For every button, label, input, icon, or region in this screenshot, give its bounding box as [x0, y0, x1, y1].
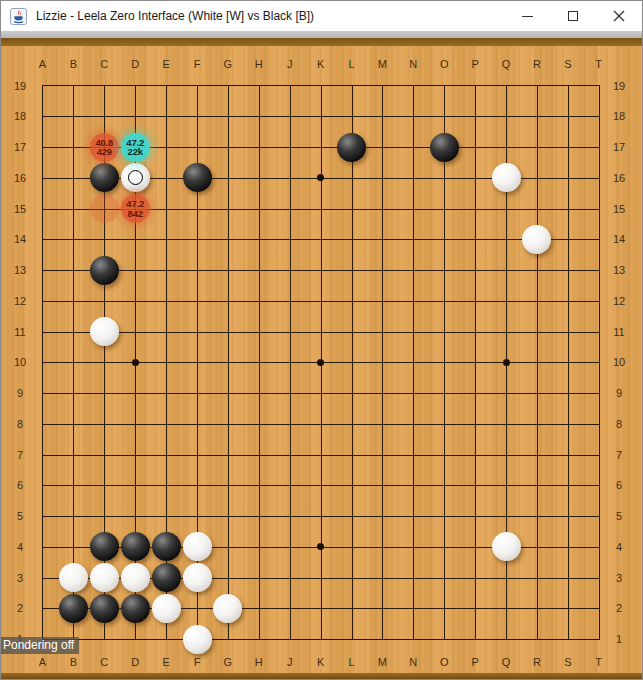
- column-label: G: [218, 655, 238, 669]
- row-label: 3: [605, 571, 633, 585]
- grid-line: [43, 393, 599, 394]
- close-button[interactable]: [596, 1, 642, 31]
- column-label: J: [280, 655, 300, 669]
- column-label: Q: [496, 57, 516, 71]
- column-label: B: [63, 57, 83, 71]
- column-label: C: [94, 57, 114, 71]
- row-label: 17: [6, 140, 34, 154]
- row-label: 4: [6, 540, 34, 554]
- row-label: 12: [605, 294, 633, 308]
- column-label: R: [527, 655, 547, 669]
- status-pondering: Pondering off: [1, 637, 79, 654]
- row-label: 14: [6, 232, 34, 246]
- row-label: 18: [605, 109, 633, 123]
- row-label: 18: [6, 109, 34, 123]
- row-label: 9: [6, 386, 34, 400]
- row-label: 9: [605, 386, 633, 400]
- row-label: 2: [6, 601, 34, 615]
- row-label: 13: [6, 263, 34, 277]
- star-point: [317, 359, 324, 366]
- column-label: M: [372, 655, 392, 669]
- column-label: D: [125, 57, 145, 71]
- row-label: 17: [605, 140, 633, 154]
- java-icon: [10, 8, 27, 25]
- column-label: M: [372, 57, 392, 71]
- row-label: 2: [605, 601, 633, 615]
- row-label: 19: [6, 79, 34, 93]
- row-label: 19: [605, 79, 633, 93]
- row-label: 6: [6, 478, 34, 492]
- column-label: N: [403, 655, 423, 669]
- column-label: K: [311, 57, 331, 71]
- white-stone-C11: [90, 317, 119, 346]
- column-label: T: [589, 57, 609, 71]
- column-label: S: [558, 57, 578, 71]
- row-label: 10: [6, 355, 34, 369]
- grid-line: [475, 86, 476, 639]
- row-label: 11: [605, 325, 633, 339]
- row-label: 10: [605, 355, 633, 369]
- grid-line: [43, 455, 599, 456]
- grid-line: [568, 86, 569, 639]
- white-stone-D16: [121, 163, 150, 192]
- black-stone-C4: [90, 532, 119, 561]
- grid-line: [352, 86, 353, 639]
- grid-line: [413, 86, 414, 639]
- column-label: L: [342, 655, 362, 669]
- visits-value: 429: [97, 147, 112, 157]
- white-stone-R14: [522, 225, 551, 254]
- white-stone-B3: [59, 563, 88, 592]
- black-stone-C16: [90, 163, 119, 192]
- visits-value: 842: [128, 209, 143, 219]
- black-stone-O17: [430, 133, 459, 162]
- black-stone-F16: [183, 163, 212, 192]
- white-stone-E2: [152, 594, 181, 623]
- row-label: 11: [6, 325, 34, 339]
- black-stone-E4: [152, 532, 181, 561]
- column-label: E: [156, 655, 176, 669]
- column-label: A: [33, 57, 53, 71]
- black-stone-L17: [337, 133, 366, 162]
- window-frame-strip: [1, 31, 642, 38]
- black-stone-B2: [59, 594, 88, 623]
- visits-value: 22k: [128, 147, 143, 157]
- black-stone-C2: [90, 594, 119, 623]
- row-label: 12: [6, 294, 34, 308]
- star-point: [503, 359, 510, 366]
- row-label: 8: [6, 417, 34, 431]
- column-label: Q: [496, 655, 516, 669]
- column-label: R: [527, 57, 547, 71]
- app-window: Lizzie - Leela Zero Interface (White [W]…: [0, 0, 643, 680]
- white-stone-F4: [183, 532, 212, 561]
- white-stone-G2: [213, 594, 242, 623]
- analysis-overlay-D15[interactable]: 47.2842: [121, 194, 150, 223]
- white-stone-F1: [183, 625, 212, 654]
- maximize-icon: [568, 11, 578, 21]
- analysis-overlay-C17[interactable]: 40.8429: [90, 133, 119, 162]
- row-label: 7: [605, 448, 633, 462]
- column-label: L: [342, 57, 362, 71]
- column-label: A: [33, 655, 53, 669]
- row-label: 15: [605, 202, 633, 216]
- last-move-marker: [128, 170, 143, 185]
- close-icon: [613, 10, 625, 22]
- window-controls: [504, 1, 642, 31]
- window-title: Lizzie - Leela Zero Interface (White [W]…: [36, 9, 314, 23]
- column-label: F: [187, 57, 207, 71]
- row-label: 16: [6, 171, 34, 185]
- minimize-button[interactable]: [504, 1, 550, 31]
- row-label: 6: [605, 478, 633, 492]
- row-label: 8: [605, 417, 633, 431]
- column-label: D: [125, 655, 145, 669]
- column-label: E: [156, 57, 176, 71]
- grid-line: [43, 516, 599, 517]
- row-label: 14: [605, 232, 633, 246]
- row-label: 5: [6, 509, 34, 523]
- white-stone-D3: [121, 563, 150, 592]
- column-label: T: [589, 655, 609, 669]
- column-label: O: [434, 655, 454, 669]
- row-label: 15: [6, 202, 34, 216]
- minimize-icon: [522, 16, 533, 17]
- white-stone-Q4: [492, 532, 521, 561]
- star-point: [132, 359, 139, 366]
- grid-line: [43, 424, 599, 425]
- column-label: K: [311, 655, 331, 669]
- column-label: O: [434, 57, 454, 71]
- grid-line: [382, 86, 383, 639]
- white-stone-C3: [90, 563, 119, 592]
- board-top-edge: [1, 38, 642, 46]
- row-label: 4: [605, 540, 633, 554]
- row-label: 7: [6, 448, 34, 462]
- board-bottom-edge: [1, 673, 642, 680]
- column-label: J: [280, 57, 300, 71]
- grid-line: [444, 86, 445, 639]
- column-label: P: [465, 655, 485, 669]
- row-label: 1: [605, 632, 633, 646]
- column-label: G: [218, 57, 238, 71]
- column-label: B: [63, 655, 83, 669]
- column-label: H: [249, 655, 269, 669]
- black-stone-D2: [121, 594, 150, 623]
- title-bar[interactable]: Lizzie - Leela Zero Interface (White [W]…: [1, 1, 642, 31]
- black-stone-E3: [152, 563, 181, 592]
- column-label: S: [558, 655, 578, 669]
- black-stone-C13: [90, 256, 119, 285]
- column-label: C: [94, 655, 114, 669]
- row-label: 16: [605, 171, 633, 185]
- grid-line: [537, 86, 538, 639]
- column-label: H: [249, 57, 269, 71]
- white-stone-F3: [183, 563, 212, 592]
- go-board[interactable]: AABBCCDDEEFFGGHHJJKKLLMMNNOOPPQQRRSSTT19…: [1, 38, 642, 680]
- analysis-overlay-C15[interactable]: [90, 194, 119, 223]
- white-stone-Q16: [492, 163, 521, 192]
- black-stone-D4: [121, 532, 150, 561]
- column-label: N: [403, 57, 423, 71]
- row-label: 13: [605, 263, 633, 277]
- row-label: 5: [605, 509, 633, 523]
- maximize-button[interactable]: [550, 1, 596, 31]
- row-label: 3: [6, 571, 34, 585]
- column-label: F: [187, 655, 207, 669]
- grid-line: [43, 485, 599, 486]
- analysis-overlay-D17[interactable]: 47.222k: [121, 133, 150, 162]
- column-label: P: [465, 57, 485, 71]
